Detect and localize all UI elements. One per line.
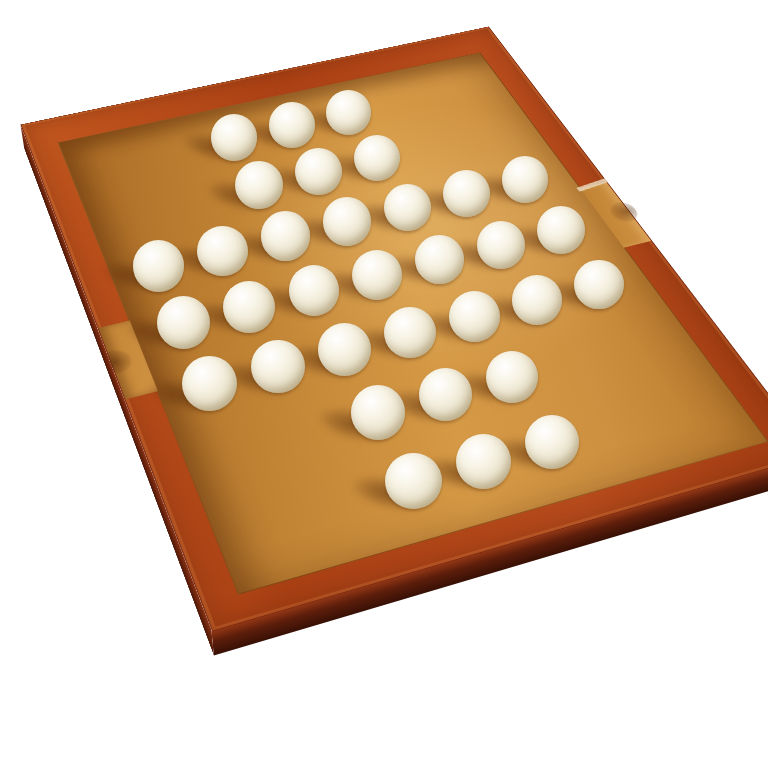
- peg-board-grid: [74, 61, 740, 569]
- hole-r5c2: [229, 327, 326, 406]
- scene: [0, 0, 768, 768]
- board-blank-cell: [216, 474, 322, 569]
- hole-r6c4: [394, 354, 498, 436]
- hole-r4c2: [203, 270, 296, 344]
- hole-r4c1: [137, 285, 229, 360]
- board-blank-cell: [258, 388, 360, 474]
- hole-r5c5: [425, 279, 524, 354]
- board-blank-cell: [289, 454, 396, 547]
- hole-r7c3: [360, 436, 468, 527]
- hole-r7c4: [429, 417, 538, 506]
- board-blank-cell: [629, 364, 740, 447]
- hole-r6c5: [460, 337, 564, 417]
- hole-r5c4: [361, 295, 460, 371]
- hole-r5c1: [161, 343, 257, 424]
- hole-r5c6: [487, 264, 587, 337]
- board-blank-cell: [564, 381, 674, 466]
- hole-r7c5: [497, 399, 606, 486]
- board-blank-cell: [587, 304, 693, 381]
- tray-frame-top: [20, 26, 768, 631]
- hole-r5c3: [296, 311, 394, 389]
- board-blank-cell: [524, 320, 629, 399]
- hole-r6c3: [327, 371, 430, 455]
- board-blank-cell: [188, 406, 289, 493]
- wooden-tray: [20, 27, 768, 630]
